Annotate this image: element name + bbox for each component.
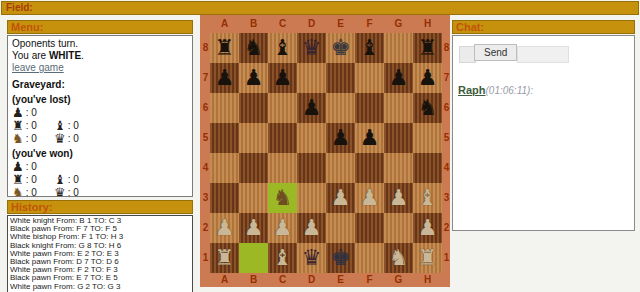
rank-label-1: 1	[201, 243, 210, 273]
black-pawn-piece: ♟	[302, 97, 322, 119]
turn-status: Oponents turn.	[12, 38, 188, 50]
rank-label-8: 8	[201, 33, 210, 63]
square-h8[interactable]: ♜	[413, 33, 442, 63]
rank-label-4: 4	[201, 153, 210, 183]
black-pawn-piece: ♟	[360, 127, 380, 149]
graveyard-count: : 0	[26, 187, 37, 198]
black-rook-piece: ♜	[418, 37, 438, 59]
square-d8[interactable]: ♛	[297, 33, 326, 63]
side-status-prefix: You are	[12, 50, 49, 61]
black-rook-piece: ♜	[215, 37, 235, 59]
square-a8[interactable]: ♜	[210, 33, 239, 63]
chat-author: Raph	[458, 84, 486, 96]
side-status-suffix: .	[81, 50, 84, 61]
square-e1[interactable]: ♚	[326, 243, 355, 273]
white-knight-piece: ♞	[389, 247, 409, 269]
send-button[interactable]: Send	[474, 44, 517, 61]
square-g2[interactable]	[384, 213, 413, 243]
white-pawn-piece: ♟	[360, 187, 380, 209]
black-pawn-piece: ♟	[244, 67, 264, 89]
queen-icon: ♛	[54, 186, 66, 197]
black-pawn-piece: ♟	[273, 67, 293, 89]
square-e6[interactable]	[326, 93, 355, 123]
chat-timestamp: (01:06:11):	[486, 85, 534, 96]
queen-icon: ♛	[54, 132, 66, 145]
chat-body: Send Raph(01:06:11):	[452, 35, 635, 231]
file-label-h: H	[413, 274, 442, 285]
square-d3[interactable]	[297, 183, 326, 213]
history-header: History:	[7, 200, 193, 214]
graveyard-title: Graveyard:	[12, 79, 188, 91]
square-d7[interactable]	[297, 63, 326, 93]
graveyard-count: : 0	[68, 120, 79, 132]
file-label-g: G	[384, 274, 413, 285]
square-a5[interactable]	[210, 123, 239, 153]
square-e8[interactable]: ♚	[326, 33, 355, 63]
chat-message-input[interactable]	[517, 46, 569, 63]
graveyard-count: : 0	[26, 120, 37, 132]
square-b2[interactable]: ♟	[239, 213, 268, 243]
file-labels-bottom: ABCDEFGH	[210, 274, 442, 285]
graveyard-count: : 0	[68, 133, 79, 145]
graveyard: (you've lost)♟: 0♜: 0♝: 0♞: 0♛: 0(you've…	[12, 94, 188, 197]
square-b1[interactable]	[239, 243, 268, 273]
graveyard-count: : 0	[26, 107, 37, 119]
square-h7[interactable]: ♟	[413, 63, 442, 93]
graveyard-item-knight: ♞: 0	[12, 186, 54, 197]
white-king-piece: ♚	[331, 247, 351, 269]
square-g4[interactable]	[384, 153, 413, 183]
rank-label-8: 8	[442, 33, 451, 63]
square-e3[interactable]: ♟	[326, 183, 355, 213]
white-rook-piece: ♜	[215, 247, 235, 269]
graveyard-item-queen: ♛: 0	[54, 186, 96, 197]
square-b6[interactable]	[239, 93, 268, 123]
square-g5[interactable]	[384, 123, 413, 153]
file-label-e: E	[326, 274, 355, 285]
white-pawn-piece: ♟	[244, 217, 264, 239]
black-pawn-piece: ♟	[331, 127, 351, 149]
rank-label-6: 6	[442, 93, 451, 123]
file-label-b: B	[239, 274, 268, 285]
square-a4[interactable]	[210, 153, 239, 183]
rank-label-3: 3	[201, 183, 210, 213]
history-list: White knight From: B 1 TO: C 3Black pawn…	[7, 215, 193, 292]
square-b5[interactable]	[239, 123, 268, 153]
rank-label-3: 3	[442, 183, 451, 213]
graveyard-count: : 0	[26, 161, 37, 173]
square-c4[interactable]	[268, 153, 297, 183]
square-f7[interactable]	[355, 63, 384, 93]
graveyard-section-title: (you've won)	[12, 148, 188, 160]
square-g7[interactable]: ♟	[384, 63, 413, 93]
rank-label-2: 2	[442, 213, 451, 243]
square-d6[interactable]: ♟	[297, 93, 326, 123]
white-pawn-piece: ♟	[331, 187, 351, 209]
black-bishop-piece: ♝	[273, 37, 293, 59]
black-bishop-piece: ♝	[360, 37, 380, 59]
file-label-a: A	[210, 274, 239, 285]
square-e4[interactable]	[326, 153, 355, 183]
graveyard-count: : 0	[26, 174, 37, 186]
square-b7[interactable]: ♟	[239, 63, 268, 93]
black-pawn-piece: ♟	[418, 67, 438, 89]
square-c8[interactable]: ♝	[268, 33, 297, 63]
rank-label-4: 4	[442, 153, 451, 183]
graveyard-row: ♟: 0	[12, 106, 188, 119]
square-d5[interactable]	[297, 123, 326, 153]
side-status-side: WHITE	[49, 50, 81, 61]
square-h5[interactable]	[413, 123, 442, 153]
file-label-f: F	[355, 274, 384, 285]
white-bishop-piece: ♝	[418, 187, 438, 209]
rank-labels-right: 87654321	[442, 33, 451, 273]
square-f6[interactable]	[355, 93, 384, 123]
black-knight-piece: ♞	[244, 37, 264, 59]
square-c5[interactable]	[268, 123, 297, 153]
chat-message: Raph(01:06:11):	[458, 84, 533, 97]
rank-label-2: 2	[201, 213, 210, 243]
square-a1[interactable]: ♜	[210, 243, 239, 273]
file-label-b: B	[239, 18, 268, 29]
graveyard-section-title: (you've lost)	[12, 94, 188, 106]
graveyard-item-queen: ♛: 0	[54, 132, 96, 145]
file-label-c: C	[268, 18, 297, 29]
white-pawn-piece: ♟	[273, 217, 293, 239]
square-d4[interactable]	[297, 153, 326, 183]
menu-panel: Menu: Oponents turn. You are WHITE. leav…	[7, 20, 193, 197]
board-grid: ♜♞♝♛♚♝♜♟♟♟♟♟♟♞♟♟♞♟♟♟♝♟♟♟♟♟♜♝♛♚♞♜	[210, 33, 442, 273]
graveyard-row: ♜: 0♝: 0	[12, 173, 188, 186]
graveyard-count: : 0	[26, 133, 37, 145]
file-label-a: A	[210, 18, 239, 29]
white-rook-piece: ♜	[418, 247, 438, 269]
leave-game-link[interactable]: leave game	[12, 62, 64, 73]
file-label-d: D	[297, 18, 326, 29]
square-c2[interactable]: ♟	[268, 213, 297, 243]
square-f2[interactable]	[355, 213, 384, 243]
square-b8[interactable]: ♞	[239, 33, 268, 63]
file-label-d: D	[297, 274, 326, 285]
file-label-g: G	[384, 18, 413, 29]
square-f3[interactable]: ♟	[355, 183, 384, 213]
graveyard-row: ♜: 0♝: 0	[12, 119, 188, 132]
square-e7[interactable]	[326, 63, 355, 93]
square-h1[interactable]: ♜	[413, 243, 442, 273]
square-g3[interactable]: ♟	[384, 183, 413, 213]
square-e5[interactable]: ♟	[326, 123, 355, 153]
square-g1[interactable]: ♞	[384, 243, 413, 273]
graveyard-count: : 0	[68, 174, 79, 186]
white-queen-piece: ♛	[302, 247, 322, 269]
side-status: You are WHITE.	[12, 50, 188, 62]
history-move: White pawn From: G 2 TO: G 3	[10, 283, 190, 291]
file-labels-top: ABCDEFGH	[210, 18, 442, 29]
chess-board: ABCDEFGH 87654321 ♜♞♝♛♚♝♜♟♟♟♟♟♟♞♟♟♞♟♟♟♝♟…	[200, 15, 450, 287]
square-g6[interactable]	[384, 93, 413, 123]
square-b3[interactable]	[239, 183, 268, 213]
square-a3[interactable]	[210, 183, 239, 213]
menu-header: Menu:	[7, 20, 193, 34]
graveyard-row: ♞: 0♛: 0	[12, 132, 188, 145]
square-f8[interactable]: ♝	[355, 33, 384, 63]
graveyard-row: ♞: 0♛: 0	[12, 186, 188, 197]
square-d2[interactable]: ♟	[297, 213, 326, 243]
square-h3[interactable]: ♝	[413, 183, 442, 213]
history-panel: History: White knight From: B 1 TO: C 3B…	[7, 200, 193, 292]
square-h6[interactable]: ♞	[413, 93, 442, 123]
file-label-e: E	[326, 18, 355, 29]
file-label-f: F	[355, 18, 384, 29]
square-g8[interactable]	[384, 33, 413, 63]
square-f5[interactable]: ♟	[355, 123, 384, 153]
square-c6[interactable]	[268, 93, 297, 123]
white-pawn-piece: ♟	[389, 187, 409, 209]
square-d1[interactable]: ♛	[297, 243, 326, 273]
knight-icon: ♞	[12, 186, 24, 197]
square-f4[interactable]	[355, 153, 384, 183]
square-h2[interactable]: ♟	[413, 213, 442, 243]
graveyard-count: : 0	[68, 187, 79, 198]
square-c1[interactable]: ♝	[268, 243, 297, 273]
rank-label-7: 7	[201, 63, 210, 93]
graveyard-item-knight: ♞: 0	[12, 132, 54, 145]
square-a2[interactable]: ♟	[210, 213, 239, 243]
square-b4[interactable]	[239, 153, 268, 183]
chat-header: Chat:	[452, 20, 635, 34]
white-pawn-piece: ♟	[302, 217, 322, 239]
white-bishop-piece: ♝	[273, 247, 293, 269]
square-a7[interactable]: ♟	[210, 63, 239, 93]
rank-labels-left: 87654321	[201, 33, 210, 273]
white-pawn-piece: ♟	[418, 217, 438, 239]
square-e2[interactable]	[326, 213, 355, 243]
black-king-piece: ♚	[331, 37, 351, 59]
black-pawn-piece: ♟	[389, 67, 409, 89]
square-c7[interactable]: ♟	[268, 63, 297, 93]
black-pawn-piece: ♟	[215, 67, 235, 89]
file-label-c: C	[268, 274, 297, 285]
graveyard-row: ♟: 0	[12, 160, 188, 173]
square-h4[interactable]	[413, 153, 442, 183]
knight-icon: ♞	[12, 132, 24, 145]
white-knight-piece: ♞	[273, 187, 293, 209]
file-label-h: H	[413, 18, 442, 29]
menu-body: Oponents turn. You are WHITE. leave game…	[7, 35, 193, 197]
black-knight-piece: ♞	[418, 97, 438, 119]
rank-label-5: 5	[442, 123, 451, 153]
square-a6[interactable]	[210, 93, 239, 123]
rank-label-6: 6	[201, 93, 210, 123]
black-queen-piece: ♛	[302, 37, 322, 59]
square-c3[interactable]: ♞	[268, 183, 297, 213]
square-f1[interactable]	[355, 243, 384, 273]
chat-panel: Chat: Send Raph(01:06:11):	[452, 20, 635, 231]
page-title: Field:	[1, 1, 639, 15]
rank-label-1: 1	[442, 243, 451, 273]
rank-label-7: 7	[442, 63, 451, 93]
rank-label-5: 5	[201, 123, 210, 153]
white-pawn-piece: ♟	[215, 217, 235, 239]
